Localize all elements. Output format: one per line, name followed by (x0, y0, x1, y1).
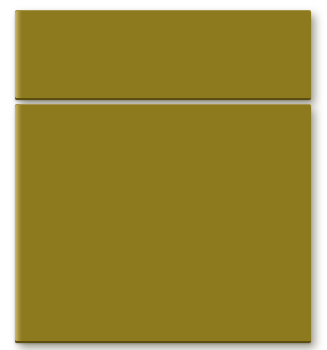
canvas-print-artwork (0, 0, 327, 350)
canvas-panel-top (15, 10, 311, 100)
canvas-panel-bottom (15, 104, 311, 343)
